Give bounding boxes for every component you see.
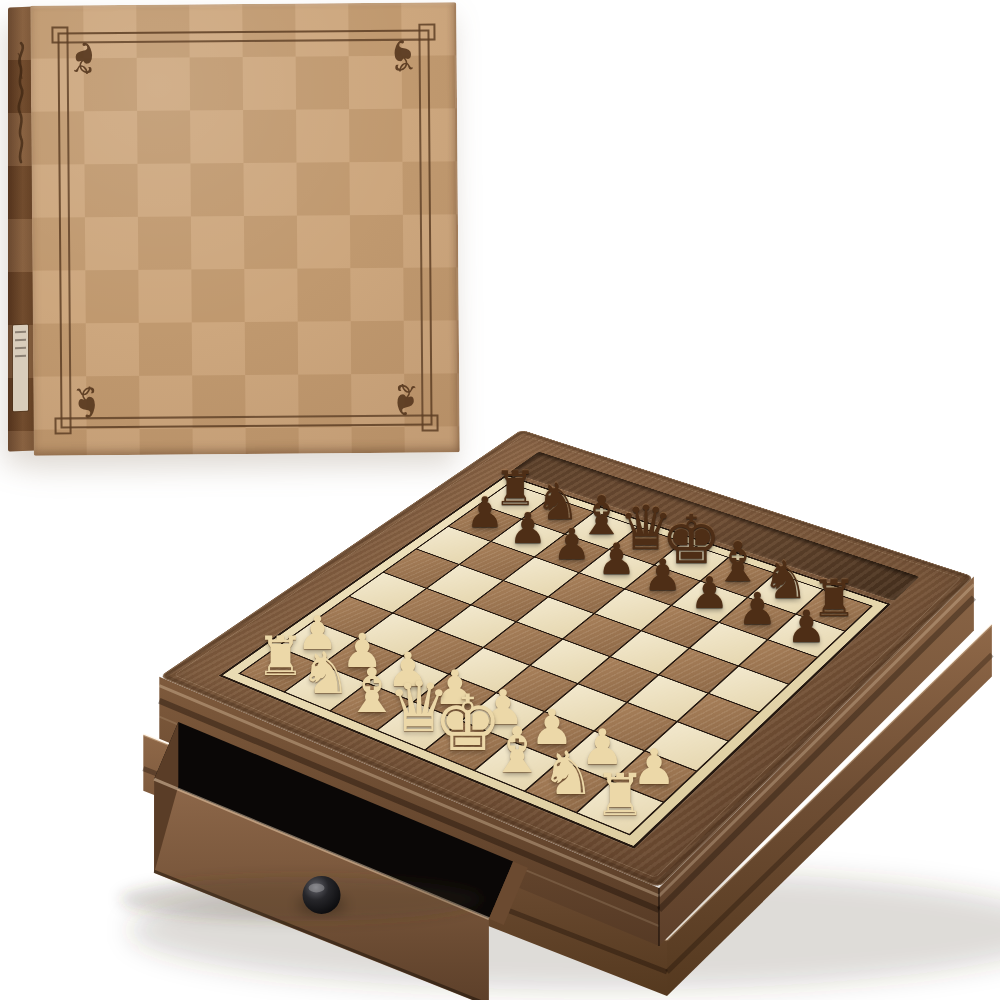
chess-box-scene [95, 275, 1000, 975]
product-photo: ❧ ❧ ❧ ❧ [0, 0, 1000, 1000]
board-frame [219, 474, 891, 848]
chess-box-top [159, 430, 974, 888]
spine-script-logo [11, 35, 31, 236]
spine-label [13, 325, 28, 412]
corner-flourish-icon: ❧ [61, 39, 107, 78]
corner-flourish-icon: ❧ [380, 36, 426, 75]
maple-border [223, 476, 887, 846]
